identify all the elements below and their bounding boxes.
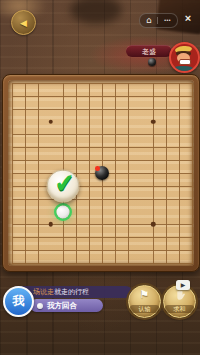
play-glyph: ▶ xyxy=(181,282,186,288)
star-point xyxy=(48,222,53,227)
opponent-avatar[interactable] xyxy=(169,42,200,73)
resign-button[interactable]: ⚑ 认输 xyxy=(128,285,161,318)
signature-highlight: 场说走 xyxy=(33,288,54,295)
board-grid[interactable]: ✔ xyxy=(12,83,193,264)
signature-rest: 就走的行程 xyxy=(54,288,89,295)
star-point xyxy=(151,119,156,124)
background-decor-teapot xyxy=(70,0,122,24)
turn-indicator: 我方回合 xyxy=(30,299,103,312)
handshake-icon xyxy=(173,289,186,302)
last-move-marker xyxy=(95,166,100,171)
back-icon: ◀ xyxy=(20,18,27,28)
draw-label: 求和 xyxy=(165,305,194,313)
flag-icon: ⚑ xyxy=(129,288,160,301)
confirm-move-button[interactable]: ✔ xyxy=(47,169,80,202)
opponent-name-badge: 老盛 xyxy=(126,45,172,57)
player-avatar[interactable]: 我 xyxy=(3,286,34,317)
resign-label: 认输 xyxy=(130,305,159,313)
pending-white-stone[interactable] xyxy=(57,205,70,218)
game-screen: ◀ ⌂ ••• × 老盛 ✔ 场说走就走的行程 我方回合 我 ⚑ 认输 xyxy=(0,0,200,355)
star-point xyxy=(48,119,53,124)
window-controls: ⌂ ••• xyxy=(139,13,178,28)
opponent-black-stone-icon xyxy=(148,58,156,66)
more-icon[interactable]: ••• xyxy=(164,18,171,23)
turn-text: 我方回合 xyxy=(47,301,77,311)
player-white-stone-icon xyxy=(37,303,43,309)
home-icon[interactable]: ⌂ xyxy=(146,16,152,25)
avatar-grin xyxy=(179,59,191,65)
black-stone xyxy=(95,166,109,180)
star-point xyxy=(151,222,156,227)
divider xyxy=(157,17,158,24)
check-icon: ✔ xyxy=(53,168,77,199)
board-frame: ✔ xyxy=(2,74,200,272)
back-button[interactable]: ◀ xyxy=(11,10,36,35)
video-icon[interactable]: ▶ xyxy=(176,280,190,290)
close-button[interactable]: × xyxy=(181,11,195,25)
